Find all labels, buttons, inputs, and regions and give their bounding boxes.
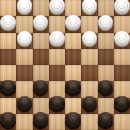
square-g3[interactable]	[98, 81, 114, 97]
square-a7[interactable]	[0, 16, 16, 32]
square-c7[interactable]	[33, 16, 49, 32]
white-man[interactable]	[114, 0, 130, 14]
square-c4	[33, 65, 49, 81]
square-a8	[0, 0, 16, 16]
white-man[interactable]	[49, 31, 65, 47]
black-man[interactable]	[17, 96, 33, 112]
square-b2[interactable]	[16, 98, 32, 114]
square-h8[interactable]	[114, 0, 130, 16]
black-man[interactable]	[33, 80, 49, 96]
square-a4	[0, 65, 16, 81]
black-man[interactable]	[0, 80, 16, 96]
square-e6	[65, 33, 81, 49]
square-a1[interactable]	[0, 114, 16, 130]
checkers-board	[0, 0, 130, 130]
white-man[interactable]	[82, 31, 98, 47]
white-man[interactable]	[17, 31, 33, 47]
white-man[interactable]	[114, 31, 130, 47]
white-man[interactable]	[65, 15, 81, 31]
square-g8	[98, 0, 114, 16]
square-e3[interactable]	[65, 81, 81, 97]
black-man[interactable]	[33, 112, 49, 128]
square-g6	[98, 33, 114, 49]
black-man[interactable]	[114, 96, 130, 112]
white-man[interactable]	[98, 15, 114, 31]
square-g4	[98, 65, 114, 81]
square-g7[interactable]	[98, 16, 114, 32]
square-b4[interactable]	[16, 65, 32, 81]
square-d4[interactable]	[49, 65, 65, 81]
square-g5[interactable]	[98, 49, 114, 65]
square-a6	[0, 33, 16, 49]
square-e8	[65, 0, 81, 16]
white-man[interactable]	[49, 0, 65, 14]
square-d5	[49, 49, 65, 65]
square-e1[interactable]	[65, 114, 81, 130]
square-c8	[33, 0, 49, 16]
square-f2[interactable]	[81, 98, 97, 114]
square-h1	[114, 114, 130, 130]
square-f6[interactable]	[81, 33, 97, 49]
square-c5[interactable]	[33, 49, 49, 65]
square-b1	[16, 114, 32, 130]
square-d6[interactable]	[49, 33, 65, 49]
square-e7[interactable]	[65, 16, 81, 32]
black-man[interactable]	[82, 96, 98, 112]
square-a3[interactable]	[0, 81, 16, 97]
square-d1	[49, 114, 65, 130]
square-d2[interactable]	[49, 98, 65, 114]
square-d8[interactable]	[49, 0, 65, 16]
square-c1[interactable]	[33, 114, 49, 130]
square-b6[interactable]	[16, 33, 32, 49]
square-f5	[81, 49, 97, 65]
square-e4	[65, 65, 81, 81]
square-a5[interactable]	[0, 49, 16, 65]
square-b8[interactable]	[16, 0, 32, 16]
black-man[interactable]	[98, 80, 114, 96]
square-f8[interactable]	[81, 0, 97, 16]
square-h6[interactable]	[114, 33, 130, 49]
black-man[interactable]	[98, 112, 114, 128]
square-f4[interactable]	[81, 65, 97, 81]
black-man[interactable]	[0, 112, 16, 128]
black-man[interactable]	[65, 80, 81, 96]
square-e5[interactable]	[65, 49, 81, 65]
square-h4[interactable]	[114, 65, 130, 81]
square-g1[interactable]	[98, 114, 114, 130]
white-man[interactable]	[33, 15, 49, 31]
square-h2[interactable]	[114, 98, 130, 114]
black-man[interactable]	[65, 112, 81, 128]
square-b5	[16, 49, 32, 65]
square-f1	[81, 114, 97, 130]
white-man[interactable]	[0, 15, 16, 31]
white-man[interactable]	[82, 0, 98, 14]
square-c3[interactable]	[33, 81, 49, 97]
square-c6	[33, 33, 49, 49]
square-h5	[114, 49, 130, 65]
black-man[interactable]	[49, 96, 65, 112]
white-man[interactable]	[17, 0, 33, 14]
